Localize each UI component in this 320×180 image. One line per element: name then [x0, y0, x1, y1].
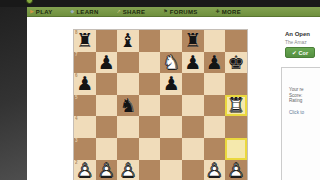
square-h7[interactable]: ♚ — [225, 52, 247, 74]
square-g6[interactable] — [204, 73, 226, 95]
piece-white-p-outline: ♙ — [117, 160, 139, 180]
square-f2[interactable] — [182, 160, 204, 180]
square-h2[interactable]: ♟♙ — [225, 160, 247, 180]
piece-black-p-b7[interactable]: ♟ — [96, 52, 118, 74]
nav-item-more[interactable]: ✚ MORE — [216, 9, 241, 15]
square-b5[interactable] — [96, 95, 118, 117]
nav-item-learn[interactable]: ◆ LEARN — [71, 9, 99, 15]
square-d6[interactable] — [139, 73, 161, 95]
square-d3[interactable] — [139, 138, 161, 160]
square-d7[interactable] — [139, 52, 161, 74]
square-b6[interactable] — [96, 73, 118, 95]
stat-rating: Rating — [289, 98, 320, 104]
nav-label-play: PLAY — [36, 9, 53, 15]
square-h8[interactable] — [225, 30, 247, 52]
square-h4[interactable] — [225, 116, 247, 138]
article-title: An Open — [285, 31, 310, 37]
piece-black-p-f7[interactable]: ♟ — [182, 52, 204, 74]
piece-white-n-outline: ♘ — [160, 52, 182, 74]
nav-label-forums: FORUMS — [170, 9, 198, 15]
square-e7[interactable]: ♞♘ — [160, 52, 182, 74]
article-subtitle: The Amaz — [285, 40, 307, 45]
square-e8[interactable] — [160, 30, 182, 52]
nav-label-share: SHARE — [123, 9, 146, 15]
piece-white-p-g2[interactable]: ♟ — [204, 160, 226, 180]
piece-black-p-g7[interactable]: ♟ — [204, 52, 226, 74]
rank-label-7: 7 — [75, 52, 78, 57]
square-h5[interactable]: ♜♖ — [225, 95, 247, 117]
square-g3[interactable] — [204, 138, 226, 160]
nav-label-learn: LEARN — [76, 9, 98, 15]
check-icon: ✔ — [292, 50, 297, 56]
square-b2[interactable]: ♟♙ — [96, 160, 118, 180]
square-b4[interactable] — [96, 116, 118, 138]
rank-label-4: 4 — [75, 116, 78, 121]
top-dark-bar — [0, 0, 320, 7]
square-c6[interactable] — [117, 73, 139, 95]
square-a7[interactable]: 7 — [74, 52, 96, 74]
nav-item-play[interactable]: ▶ PLAY — [30, 9, 53, 15]
square-a6[interactable]: 6♟ — [74, 73, 96, 95]
square-f6[interactable] — [182, 73, 204, 95]
correct-button-label: Cor — [299, 50, 308, 56]
square-e5[interactable] — [160, 95, 182, 117]
square-f3[interactable] — [182, 138, 204, 160]
square-f5[interactable] — [182, 95, 204, 117]
piece-white-p-outline: ♙ — [96, 160, 118, 180]
chess-board[interactable]: 8♜♝♜7♟♞♘♟♟♚6♟♟5♞♜♖432♟♙♟♙♟♙♟♙♟♙ — [73, 29, 248, 180]
correct-button[interactable]: ✔ Cor — [285, 47, 315, 58]
square-a8[interactable]: 8♜ — [74, 30, 96, 52]
square-c2[interactable]: ♟♙ — [117, 160, 139, 180]
square-e3[interactable] — [160, 138, 182, 160]
square-c4[interactable] — [117, 116, 139, 138]
square-e2[interactable] — [160, 160, 182, 180]
piece-white-p-h2[interactable]: ♟ — [225, 160, 247, 180]
square-g8[interactable] — [204, 30, 226, 52]
piece-white-p-c2[interactable]: ♟ — [117, 160, 139, 180]
learn-icon: ◆ — [71, 9, 75, 14]
piece-white-p-outline: ♙ — [204, 160, 226, 180]
click-to-link[interactable]: Click to — [289, 110, 320, 116]
piece-black-p-e6[interactable]: ♟ — [160, 73, 182, 95]
forums-icon: ⚑ — [163, 9, 167, 14]
square-b8[interactable] — [96, 30, 118, 52]
square-g2[interactable]: ♟♙ — [204, 160, 226, 180]
puzzle-info-panel: Your re Score: Rating Click to — [281, 67, 320, 180]
nav-label-more: MORE — [222, 9, 241, 15]
piece-black-k-h7[interactable]: ♚ — [225, 52, 247, 74]
piece-black-n-c5[interactable]: ♞ — [117, 95, 139, 117]
square-g7[interactable]: ♟ — [204, 52, 226, 74]
square-c7[interactable] — [117, 52, 139, 74]
rank-label-3: 3 — [75, 138, 78, 143]
square-c5[interactable]: ♞ — [117, 95, 139, 117]
nav-item-share[interactable]: ↗ SHARE — [117, 9, 146, 15]
square-h3[interactable] — [225, 138, 247, 160]
square-b3[interactable] — [96, 138, 118, 160]
square-a3[interactable]: 3 — [74, 138, 96, 160]
square-c8[interactable]: ♝ — [117, 30, 139, 52]
rank-label-6: 6 — [75, 73, 78, 78]
square-a2[interactable]: 2♟♙ — [74, 160, 96, 180]
main-navbar: ▶ PLAY ◆ LEARN ↗ SHARE ⚑ FORUMS ✚ MORE — [27, 7, 320, 17]
square-c3[interactable] — [117, 138, 139, 160]
left-dark-strip — [0, 0, 27, 180]
piece-white-p-outline: ♙ — [225, 160, 247, 180]
square-g5[interactable] — [204, 95, 226, 117]
piece-white-r-h5[interactable]: ♜ — [225, 95, 247, 117]
piece-white-p-b2[interactable]: ♟ — [96, 160, 118, 180]
rank-label-8: 8 — [75, 30, 78, 35]
page: ▶ PLAY ◆ LEARN ↗ SHARE ⚑ FORUMS ✚ MORE 8… — [0, 0, 320, 180]
square-f7[interactable]: ♟ — [182, 52, 204, 74]
piece-white-n-e7[interactable]: ♞ — [160, 52, 182, 74]
piece-white-r-outline: ♖ — [225, 95, 247, 117]
square-e4[interactable] — [160, 116, 182, 138]
piece-black-r-f8[interactable]: ♜ — [182, 30, 204, 52]
more-icon: ✚ — [216, 9, 220, 14]
piece-black-b-c8[interactable]: ♝ — [117, 30, 139, 52]
square-f8[interactable]: ♜ — [182, 30, 204, 52]
nav-item-forums[interactable]: ⚑ FORUMS — [163, 9, 197, 15]
rank-label-2: 2 — [75, 160, 78, 165]
square-h6[interactable] — [225, 73, 247, 95]
play-icon: ▶ — [30, 9, 34, 14]
square-d5[interactable] — [139, 95, 161, 117]
square-d8[interactable] — [139, 30, 161, 52]
square-b7[interactable]: ♟ — [96, 52, 118, 74]
square-a5[interactable]: 5 — [74, 95, 96, 117]
square-g4[interactable] — [204, 116, 226, 138]
share-icon: ↗ — [117, 9, 121, 14]
square-a4[interactable]: 4 — [74, 116, 96, 138]
square-e6[interactable]: ♟ — [160, 73, 182, 95]
square-d2[interactable] — [139, 160, 161, 180]
square-f4[interactable] — [182, 116, 204, 138]
rank-label-5: 5 — [75, 95, 78, 100]
square-d4[interactable] — [139, 116, 161, 138]
